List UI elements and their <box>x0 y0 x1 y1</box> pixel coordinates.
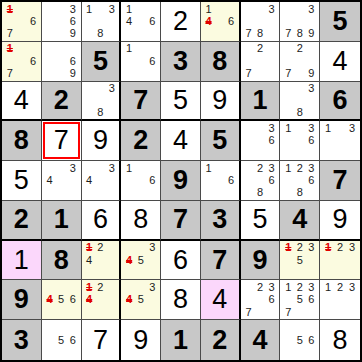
solved-digit: 2 <box>173 8 188 35</box>
cell-r2c0[interactable]: 4 <box>2 82 42 122</box>
candidate-3: 3 <box>266 122 278 134</box>
candidate-empty-slot <box>243 187 255 199</box>
cell-r3c8[interactable]: 13 <box>320 121 360 161</box>
candidate-empty-slot <box>306 55 318 67</box>
candidate-empty-slot <box>294 122 306 134</box>
candidate-grid: 36 <box>241 121 280 160</box>
cell-r1c5[interactable]: 8 <box>201 42 241 82</box>
cell-r2c3[interactable]: 7 <box>121 82 161 122</box>
candidate-empty-slot <box>147 28 159 40</box>
cell-r4c2[interactable]: 34 <box>82 161 122 201</box>
candidate-grid: 136 <box>280 121 319 160</box>
candidate-empty-slot <box>322 306 334 318</box>
candidate-grid: 167 <box>2 2 41 41</box>
cell-r7c1[interactable]: 456 <box>42 280 82 320</box>
candidate-empty-slot <box>322 135 334 147</box>
given-digit: 3 <box>14 327 29 354</box>
candidate-empty-slot <box>282 334 294 347</box>
candidate-empty-slot <box>16 55 28 67</box>
candidate-grid: 2367 <box>241 280 280 319</box>
candidate-empty-slot <box>84 15 95 27</box>
candidate-grid: 16 <box>201 161 239 200</box>
candidate-empty-slot <box>106 28 117 40</box>
candidate-empty-slot <box>346 266 358 278</box>
candidate-3: 3 <box>106 83 117 95</box>
cell-r3c2[interactable]: 9 <box>82 121 122 161</box>
candidate-empty-slot <box>123 306 135 318</box>
candidate-2: 2 <box>95 281 106 293</box>
candidate-empty-slot <box>266 15 278 27</box>
cell-r1c1[interactable]: 69 <box>42 42 82 82</box>
candidate-6: 6 <box>306 334 318 347</box>
candidate-empty-slot <box>106 106 117 118</box>
candidate-empty-slot <box>294 147 306 159</box>
candidate-grid: 3789 <box>280 2 319 41</box>
cell-r5c6[interactable]: 5 <box>241 201 281 241</box>
candidate-grid: 69 <box>42 42 81 81</box>
candidate-empty-slot <box>106 306 117 318</box>
candidate-empty-slot <box>306 266 318 278</box>
cell-r8c6[interactable]: 4 <box>241 320 281 360</box>
cell-r8c7[interactable]: 56 <box>280 320 320 360</box>
candidate-grid: 27 <box>241 42 280 81</box>
candidate-empty-slot <box>95 174 106 186</box>
cell-r7c7[interactable]: 123567 <box>280 280 320 320</box>
candidate-5: 5 <box>294 334 306 347</box>
candidate-empty-slot <box>123 55 135 67</box>
cell-r6c5[interactable]: 7 <box>201 241 241 281</box>
candidate-empty-slot <box>214 187 225 199</box>
candidate-empty-slot <box>135 266 147 278</box>
cell-r5c1[interactable]: 1 <box>42 201 82 241</box>
candidate-empty-slot <box>95 294 106 306</box>
solved-digit: 4 <box>333 48 348 75</box>
candidate-empty-slot <box>123 187 135 199</box>
cell-r1c0[interactable]: 167 <box>2 42 42 82</box>
cell-r6c6[interactable]: 9 <box>241 241 281 281</box>
candidate-3: 3 <box>306 122 318 134</box>
candidate-3: 3 <box>346 122 358 134</box>
cell-r5c2[interactable]: 6 <box>82 201 122 241</box>
candidate-grid: 146 <box>121 2 160 41</box>
candidate-empty-slot <box>294 135 306 147</box>
candidate-empty-slot <box>95 162 106 174</box>
solved-digit: 4 <box>173 127 188 154</box>
candidate-8: 8 <box>254 187 266 199</box>
solved-digit: 8 <box>133 206 148 233</box>
given-digit: 1 <box>173 327 188 354</box>
candidate-empty-slot <box>4 55 16 67</box>
candidate-empty-slot <box>44 346 56 359</box>
solved-digit: 9 <box>333 206 348 233</box>
candidate-grid: 16 <box>121 161 160 200</box>
given-digit: 3 <box>212 206 227 233</box>
candidate-empty-slot <box>282 43 294 55</box>
candidate-3: 3 <box>306 83 318 95</box>
solved-digit: 6 <box>93 206 108 233</box>
cell-r3c6[interactable]: 36 <box>241 121 281 161</box>
candidate-grid: 345 <box>121 280 160 319</box>
given-digit: 4 <box>253 327 268 354</box>
cell-r4c0[interactable]: 5 <box>2 161 42 201</box>
candidate-empty-slot <box>44 306 56 318</box>
solved-digit: 9 <box>93 127 108 154</box>
candidate-empty-slot <box>346 135 358 147</box>
cell-r1c6[interactable]: 27 <box>241 42 281 82</box>
cell-r6c0[interactable]: 1 <box>2 241 42 281</box>
given-digit: 8 <box>212 48 227 75</box>
cell-r3c5[interactable]: 5 <box>201 121 241 161</box>
candidate-empty-slot <box>147 162 159 174</box>
candidate-7: 7 <box>243 67 255 79</box>
candidate-3: 3 <box>147 281 159 293</box>
candidate-6: 6 <box>306 135 318 147</box>
cell-r8c3[interactable]: 9 <box>121 320 161 360</box>
cell-r0c5[interactable]: 146 <box>201 2 241 42</box>
given-digit: 1 <box>54 206 69 233</box>
cell-r0c2[interactable]: 138 <box>82 2 122 42</box>
cell-r8c5[interactable]: 2 <box>201 320 241 360</box>
cell-r2c2[interactable]: 38 <box>82 82 122 122</box>
candidate-empty-slot <box>334 122 346 134</box>
cell-r3c1-selected[interactable]: 7 <box>42 121 82 161</box>
cell-r2c1[interactable]: 2 <box>42 82 82 122</box>
candidate-1: 1 <box>123 162 135 174</box>
given-digit: 1 <box>253 87 268 114</box>
candidate-empty-slot <box>55 306 67 318</box>
candidate-empty-slot <box>214 174 225 186</box>
given-digit: 6 <box>333 87 348 114</box>
candidate-empty-slot <box>55 187 67 199</box>
candidate-grid: 2368 <box>241 161 280 200</box>
cell-r2c8[interactable]: 6 <box>320 82 360 122</box>
candidate-grid: 34 <box>42 161 81 200</box>
candidate-empty-slot <box>16 3 28 15</box>
candidate-grid: 16 <box>121 42 160 81</box>
cell-r4c8[interactable]: 7 <box>320 161 360 201</box>
candidate-empty-slot <box>95 254 106 266</box>
candidate-empty-slot <box>306 306 318 318</box>
candidate-grid: 138 <box>82 2 120 41</box>
cell-r8c8[interactable]: 8 <box>320 320 360 360</box>
candidate-empty-slot <box>214 3 225 15</box>
candidate-6: 6 <box>266 174 278 186</box>
cell-r0c4[interactable]: 2 <box>161 2 201 42</box>
cell-r1c7[interactable]: 279 <box>280 42 320 82</box>
candidate-empty-slot <box>135 43 147 55</box>
cell-r0c1[interactable]: 369 <box>42 2 82 42</box>
candidate-9: 9 <box>67 28 79 40</box>
candidate-empty-slot <box>147 306 159 318</box>
candidate-3: 3 <box>266 3 278 15</box>
cell-r6c8[interactable]: 123 <box>320 241 360 281</box>
candidate-6: 6 <box>147 55 159 67</box>
candidate-empty-slot <box>243 55 255 67</box>
cell-r2c4[interactable]: 5 <box>161 82 201 122</box>
cell-r5c5[interactable]: 3 <box>201 201 241 241</box>
candidate-empty-slot <box>306 43 318 55</box>
candidate-empty-slot <box>44 15 56 27</box>
candidate-empty-slot <box>147 3 159 15</box>
cell-r7c5[interactable]: 4 <box>201 280 241 320</box>
candidate-9: 9 <box>306 28 318 40</box>
candidate-empty-slot <box>254 55 266 67</box>
candidate-empty-slot <box>84 106 95 118</box>
candidate-empty-slot <box>55 346 67 359</box>
candidate-empty-slot <box>214 28 225 40</box>
cell-r7c8[interactable]: 123 <box>320 280 360 320</box>
candidate-1: 1 <box>322 281 334 293</box>
cell-r8c1[interactable]: 56 <box>42 320 82 360</box>
solved-digit: 9 <box>212 87 227 114</box>
candidate-empty-slot <box>294 15 306 27</box>
cell-r8c2[interactable]: 7 <box>82 320 122 360</box>
candidate-1: 1 <box>322 122 334 134</box>
cell-r1c2[interactable]: 5 <box>82 42 122 82</box>
candidate-empty-slot <box>67 281 79 293</box>
candidate-empty-slot <box>106 15 117 27</box>
cell-r4c1[interactable]: 34 <box>42 161 82 201</box>
candidate-empty-slot <box>95 15 106 27</box>
candidate-empty-slot <box>254 294 266 306</box>
candidate-empty-slot <box>135 281 147 293</box>
candidate-empty-slot <box>225 28 236 40</box>
cell-r7c6[interactable]: 2367 <box>241 280 281 320</box>
candidate-empty-slot <box>44 162 56 174</box>
candidate-empty-slot <box>106 174 117 186</box>
candidate-8: 8 <box>254 28 266 40</box>
candidate-empty-slot <box>55 162 67 174</box>
candidate-empty-slot <box>16 15 28 27</box>
candidate-empty-slot <box>203 187 214 199</box>
candidate-empty-slot <box>294 346 306 359</box>
candidate-empty-slot <box>44 43 56 55</box>
candidate-grid: 124 <box>82 241 120 280</box>
cell-r0c7[interactable]: 3789 <box>280 2 320 42</box>
cell-r5c3[interactable]: 8 <box>121 201 161 241</box>
cell-r4c6[interactable]: 2368 <box>241 161 281 201</box>
candidate-1: 1 <box>123 43 135 55</box>
candidate-empty-slot <box>254 3 266 15</box>
candidate-empty-slot <box>294 3 306 15</box>
cell-r3c3[interactable]: 2 <box>121 121 161 161</box>
cell-r0c8[interactable]: 5 <box>320 2 360 42</box>
candidate-empty-slot <box>135 15 147 27</box>
given-digit: 2 <box>14 206 29 233</box>
candidate-empty-slot <box>135 174 147 186</box>
candidate-empty-slot <box>123 28 135 40</box>
cell-r1c3[interactable]: 16 <box>121 42 161 82</box>
candidate-3: 3 <box>266 281 278 293</box>
candidate-empty-slot <box>203 28 214 40</box>
cell-r0c3[interactable]: 146 <box>121 2 161 42</box>
candidate-empty-slot <box>95 3 106 15</box>
candidate-empty-slot <box>282 15 294 27</box>
given-digit: 4 <box>292 206 307 233</box>
candidate-7: 7 <box>282 67 294 79</box>
cell-r7c4[interactable]: 8 <box>161 280 201 320</box>
cell-r3c4[interactable]: 4 <box>161 121 201 161</box>
cell-r6c1[interactable]: 8 <box>42 241 82 281</box>
solved-digit: 5 <box>173 87 188 114</box>
candidate-empty-slot <box>84 266 95 278</box>
candidate-8: 8 <box>294 28 306 40</box>
candidate-empty-slot <box>322 266 334 278</box>
candidate-empty-slot <box>254 122 266 134</box>
candidate-empty-slot <box>346 294 358 306</box>
candidate-1: 1 <box>282 162 294 174</box>
cell-r6c4[interactable]: 6 <box>161 241 201 281</box>
cell-r6c7[interactable]: 1235 <box>280 241 320 281</box>
candidate-empty-slot <box>16 67 28 79</box>
candidate-6: 6 <box>27 55 39 67</box>
candidate-grid: 123567 <box>280 280 319 319</box>
cell-r5c8[interactable]: 9 <box>320 201 360 241</box>
candidate-empty-slot <box>55 43 67 55</box>
candidate-7: 7 <box>4 67 16 79</box>
candidate-empty-slot <box>282 346 294 359</box>
candidate-empty-slot <box>334 294 346 306</box>
candidate-empty-slot <box>123 67 135 79</box>
candidate-empty-slot <box>282 254 294 266</box>
candidate-1: 1 <box>203 3 214 15</box>
candidate-3: 3 <box>266 162 278 174</box>
candidate-grid: 167 <box>2 42 41 81</box>
candidate-empty-slot <box>306 15 318 27</box>
solved-digit: 7 <box>93 327 108 354</box>
candidate-empty-slot <box>27 28 39 40</box>
candidate-empty-slot <box>322 147 334 159</box>
candidate-1-struck: 1 <box>322 242 334 254</box>
cell-r4c4[interactable]: 9 <box>161 161 201 201</box>
candidate-empty-slot <box>67 346 79 359</box>
candidate-empty-slot <box>334 266 346 278</box>
candidate-5: 5 <box>55 334 67 347</box>
candidate-grid: 56 <box>42 320 81 360</box>
cell-r6c3[interactable]: 345 <box>121 241 161 281</box>
given-digit: 7 <box>173 206 188 233</box>
candidate-4-struck: 4 <box>44 294 56 306</box>
cell-r3c0[interactable]: 8 <box>2 121 42 161</box>
candidate-4-struck: 4 <box>84 294 95 306</box>
candidate-empty-slot <box>95 187 106 199</box>
candidate-empty-slot <box>95 266 106 278</box>
candidate-1-struck: 1 <box>84 242 95 254</box>
candidate-grid: 38 <box>82 82 120 120</box>
candidate-empty-slot <box>282 321 294 334</box>
candidate-6: 6 <box>266 294 278 306</box>
candidate-empty-slot <box>282 147 294 159</box>
given-digit: 7 <box>212 247 227 274</box>
solved-digit: 5 <box>14 167 29 194</box>
candidate-empty-slot <box>225 162 236 174</box>
cell-r4c7[interactable]: 12368 <box>280 161 320 201</box>
cell-r2c6[interactable]: 1 <box>241 82 281 122</box>
given-digit: 9 <box>253 247 268 274</box>
candidate-empty-slot <box>123 174 135 186</box>
candidate-empty-slot <box>214 162 225 174</box>
candidate-empty-slot <box>214 15 225 27</box>
candidate-2: 2 <box>294 242 306 254</box>
cell-r5c0[interactable]: 2 <box>2 201 42 241</box>
candidate-empty-slot <box>84 28 95 40</box>
candidate-empty-slot <box>84 306 95 318</box>
cell-r8c0[interactable]: 3 <box>2 320 42 360</box>
cell-r2c7[interactable]: 38 <box>280 82 320 122</box>
cell-r5c7[interactable]: 4 <box>280 201 320 241</box>
candidate-empty-slot <box>123 281 135 293</box>
candidate-empty-slot <box>106 187 117 199</box>
candidate-8: 8 <box>294 187 306 199</box>
candidate-6: 6 <box>225 174 236 186</box>
candidate-1: 1 <box>282 122 294 134</box>
cell-r2c5[interactable]: 9 <box>201 82 241 122</box>
candidate-empty-slot <box>225 187 236 199</box>
candidate-8: 8 <box>294 106 306 118</box>
cell-r3c7[interactable]: 136 <box>280 121 320 161</box>
candidate-7: 7 <box>4 28 16 40</box>
cell-r6c2[interactable]: 124 <box>82 241 122 281</box>
candidate-empty-slot <box>294 266 306 278</box>
cell-r0c6[interactable]: 378 <box>241 2 281 42</box>
candidate-empty-slot <box>294 67 306 79</box>
candidate-empty-slot <box>334 147 346 159</box>
cell-r5c4[interactable]: 7 <box>161 201 201 241</box>
candidate-empty-slot <box>27 67 39 79</box>
candidate-1-struck: 1 <box>84 281 95 293</box>
candidate-empty-slot <box>282 266 294 278</box>
cell-r0c0[interactable]: 167 <box>2 2 42 42</box>
candidate-empty-slot <box>306 346 318 359</box>
cell-r7c0[interactable]: 9 <box>2 280 42 320</box>
cell-r7c3[interactable]: 345 <box>121 280 161 320</box>
candidate-empty-slot <box>147 294 159 306</box>
cell-r1c8[interactable]: 4 <box>320 42 360 82</box>
candidate-empty-slot <box>282 294 294 306</box>
candidate-empty-slot <box>84 187 95 199</box>
given-digit: 8 <box>14 127 29 154</box>
candidate-empty-slot <box>282 55 294 67</box>
candidate-empty-slot <box>243 281 255 293</box>
candidate-empty-slot <box>243 174 255 186</box>
candidate-empty-slot <box>334 306 346 318</box>
candidate-empty-slot <box>135 55 147 67</box>
candidate-empty-slot <box>44 67 56 79</box>
candidate-empty-slot <box>243 294 255 306</box>
candidate-empty-slot <box>243 15 255 27</box>
cell-r4c3[interactable]: 16 <box>121 161 161 201</box>
candidate-empty-slot <box>55 55 67 67</box>
candidate-empty-slot <box>123 242 135 254</box>
candidate-grid: 56 <box>280 320 319 360</box>
candidate-2: 2 <box>254 43 266 55</box>
cell-r1c4[interactable]: 3 <box>161 42 201 82</box>
cell-r4c5[interactable]: 16 <box>201 161 241 201</box>
candidate-grid: 123 <box>320 280 360 319</box>
candidate-3: 3 <box>147 242 159 254</box>
cell-r8c4[interactable]: 1 <box>161 320 201 360</box>
candidate-empty-slot <box>243 135 255 147</box>
candidate-9: 9 <box>306 67 318 79</box>
given-digit: 5 <box>333 8 348 35</box>
candidate-6: 6 <box>67 15 79 27</box>
solved-digit: 8 <box>333 327 348 354</box>
cell-r7c2[interactable]: 124 <box>82 280 122 320</box>
candidate-6: 6 <box>266 135 278 147</box>
candidate-empty-slot <box>135 3 147 15</box>
candidate-empty-slot <box>106 294 117 306</box>
candidate-5: 5 <box>294 294 306 306</box>
